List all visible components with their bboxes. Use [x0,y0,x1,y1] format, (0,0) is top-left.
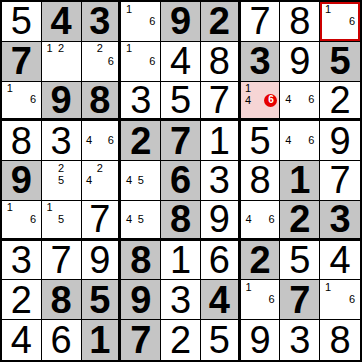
cell-r4c1[interactable]: 8 [2,121,42,161]
cell-r1c7[interactable]: 7 [241,2,281,42]
cell-r7c5[interactable]: 1 [161,241,201,281]
cell-r9c7[interactable]: 9 [241,320,281,360]
candidate-4: 4 [282,135,294,147]
candidate-6: 6 [306,94,318,106]
cell-r3c7[interactable]: 146 [241,82,281,122]
candidate-1: 1 [322,3,334,15]
cell-r5c9[interactable]: 7 [320,161,360,201]
given-digit: 7 [170,122,191,160]
given-digit: 3 [249,42,270,80]
given-digit: 1 [289,161,310,199]
solved-digit: 3 [289,321,310,359]
given-digit: 9 [51,82,72,119]
candidate-5: 5 [135,174,147,186]
cell-r8c9[interactable]: 16 [320,280,360,320]
cell-r1c9[interactable]: 16 [320,2,360,42]
solved-digit: 4 [330,241,351,279]
cell-r5c5[interactable]: 6 [161,161,201,201]
solved-digit: 9 [289,42,310,80]
solved-digit: 5 [289,241,310,279]
candidate-6: 6 [266,294,278,306]
cell-r5c3[interactable]: 24 [82,161,122,201]
cell-r3c2[interactable]: 9 [42,82,82,122]
candidate-1: 1 [44,202,56,214]
cell-r5c1[interactable]: 9 [2,161,42,201]
given-digit: 7 [11,42,32,80]
solved-digit: 2 [11,281,32,319]
candidate-6: 6 [105,135,116,147]
candidate-2: 2 [55,162,67,174]
candidate-1: 1 [243,83,254,94]
candidates: 12 [42,42,81,81]
given-digit: 4 [51,2,72,40]
cell-r6c8[interactable]: 2 [280,201,320,241]
cell-r2c2[interactable]: 12 [42,42,82,82]
solved-digit: 1 [209,122,230,160]
candidates: 15 [42,201,81,238]
cell-r8c7[interactable]: 16 [241,280,281,320]
cell-r9c5[interactable]: 2 [161,320,201,360]
cell-r9c8[interactable]: 3 [280,320,320,360]
solved-digit: 7 [89,201,110,238]
circled-candidate-6: 6 [264,94,277,107]
cell-r6c6[interactable]: 9 [201,201,241,241]
cell-r7c6[interactable]: 6 [201,241,241,281]
cell-r7c4[interactable]: 8 [121,241,161,281]
candidate-6: 6 [306,135,318,147]
given-digit: 2 [289,201,310,238]
solved-digit: 9 [249,321,270,359]
cell-r4c4[interactable]: 2 [121,121,161,161]
cell-r9c6[interactable]: 5 [201,320,241,360]
candidate-4: 4 [243,213,255,225]
solved-digit: 4 [11,321,32,359]
solved-digit: 4 [170,42,191,80]
cell-r3c8[interactable]: 46 [280,82,320,122]
cell-r2c8[interactable]: 9 [280,42,320,82]
cell-r8c5[interactable]: 3 [161,280,201,320]
cell-r6c1[interactable]: 16 [2,201,42,241]
candidates: 16 [320,2,360,41]
candidates: 46 [280,121,319,160]
candidate-6: 6 [346,294,358,306]
solved-digit: 3 [11,241,32,279]
given-digit: 6 [170,161,191,199]
cell-r2c3[interactable]: 26 [82,42,122,82]
given-digit: 8 [170,201,191,238]
cell-r9c9[interactable]: 8 [320,320,360,360]
cell-r4c9[interactable]: 9 [320,121,360,161]
cell-r6c7[interactable]: 46 [241,201,281,241]
cell-r6c9[interactable]: 3 [320,201,360,241]
solved-digit: 8 [11,122,32,160]
solved-digit: 5 [209,321,230,359]
candidate-6: 6 [27,213,39,225]
candidate-1: 1 [4,83,16,95]
solved-digit: 5 [249,122,270,160]
cell-r5c2[interactable]: 25 [42,161,82,201]
candidate-6: 6 [266,213,278,225]
candidates: 46 [280,82,319,119]
candidates: 16 [320,280,360,319]
candidate-5: 5 [55,174,67,186]
given-digit: 4 [209,281,230,319]
cell-r4c7[interactable]: 5 [241,121,281,161]
cell-r1c3[interactable]: 3 [82,2,122,42]
cell-r6c3[interactable]: 7 [82,201,122,241]
cell-r5c4[interactable]: 45 [121,161,161,201]
solved-digit: 8 [249,161,270,199]
candidate-4: 4 [282,94,294,106]
candidates: 46 [82,121,119,160]
sudoku-board: 5431692781671226164839516983571464628346… [0,0,362,362]
solved-digit: 3 [51,122,72,160]
cell-r2c7[interactable]: 3 [241,42,281,82]
cell-r1c1[interactable]: 5 [2,2,42,42]
candidate-6: 6 [105,55,116,67]
cell-r5c6[interactable]: 3 [201,161,241,201]
solved-digit: 2 [170,321,191,359]
cell-r8c6[interactable]: 4 [201,280,241,320]
given-digit: 3 [330,201,351,238]
solved-digit: 3 [209,161,230,199]
cell-r2c5[interactable]: 4 [161,42,201,82]
given-digit: 1 [89,321,110,359]
solved-digit: 3 [170,281,191,319]
solved-digit: 6 [51,321,72,359]
solved-digit: 8 [209,42,230,80]
solved-digit: 9 [330,122,351,160]
given-digit: 9 [170,2,191,40]
cell-r9c1[interactable]: 4 [2,320,42,360]
cell-r4c3[interactable]: 46 [82,121,122,161]
cell-r7c7[interactable]: 2 [241,241,281,281]
candidates: 45 [121,201,160,238]
cell-r6c2[interactable]: 15 [42,201,82,241]
cell-r2c9[interactable]: 5 [320,42,360,82]
cell-r8c1[interactable]: 2 [2,280,42,320]
candidates: 26 [82,42,119,81]
cell-r7c1[interactable]: 3 [2,241,42,281]
cell-r8c3[interactable]: 5 [82,280,122,320]
given-digit: 2 [130,122,151,160]
given-digit: 5 [330,42,351,80]
candidate-4: 4 [123,174,135,186]
cell-r7c3[interactable]: 9 [82,241,122,281]
cell-r9c2[interactable]: 6 [42,320,82,360]
cell-r7c8[interactable]: 5 [280,241,320,281]
cell-r1c5[interactable]: 9 [161,2,201,42]
cell-r4c5[interactable]: 7 [161,121,201,161]
candidates: 25 [42,161,81,200]
cell-r9c4[interactable]: 7 [121,320,161,360]
given-digit: 7 [130,321,151,359]
candidate-5: 5 [135,213,147,225]
solved-digit: 7 [51,241,72,279]
cell-r8c8[interactable]: 7 [280,280,320,320]
candidate-5: 5 [55,213,67,225]
cell-r3c4[interactable]: 3 [121,82,161,122]
given-digit: 7 [289,281,310,319]
given-digit: 8 [130,241,151,279]
candidate-6: 6 [147,15,159,27]
candidate-2: 2 [94,43,105,55]
solved-digit: 3 [130,82,151,119]
solved-digit: 2 [330,82,351,119]
given-digit: 8 [89,82,110,119]
given-digit: 9 [11,161,32,199]
solved-digit: 7 [209,82,230,119]
cell-r1c6[interactable]: 2 [201,2,241,42]
candidate-4: 4 [84,174,95,186]
solved-digit: 9 [89,241,110,279]
cell-r8c4[interactable]: 9 [121,280,161,320]
solved-digit: 8 [289,2,310,40]
cell-r6c5[interactable]: 8 [161,201,201,241]
given-digit: 3 [89,2,110,40]
candidate-6: 6 [346,15,358,27]
candidates: 16 [2,201,41,238]
cell-r7c2[interactable]: 7 [42,241,82,281]
solved-digit: 6 [209,241,230,279]
cell-r4c2[interactable]: 3 [42,121,82,161]
candidate-1: 1 [322,281,334,293]
candidates: 146 [241,82,280,119]
given-digit: 2 [249,241,270,279]
candidate-1: 1 [44,43,56,55]
given-digit: 5 [89,281,110,319]
cell-r9c3[interactable]: 1 [82,320,122,360]
solved-digit: 7 [249,2,270,40]
solved-digit: 7 [330,161,351,199]
cell-r5c7[interactable]: 8 [241,161,281,201]
cell-r1c4[interactable]: 16 [121,2,161,42]
given-digit: 8 [51,281,72,319]
candidate-4: 4 [243,94,254,107]
candidates: 16 [241,280,280,319]
cell-r1c2[interactable]: 4 [42,2,82,42]
cell-r6c4[interactable]: 45 [121,201,161,241]
solved-digit: 8 [330,321,351,359]
candidate-1: 1 [123,3,135,15]
cell-r4c8[interactable]: 46 [280,121,320,161]
cell-r3c9[interactable]: 2 [320,82,360,122]
cell-r4c6[interactable]: 1 [201,121,241,161]
candidate-1: 1 [4,202,16,214]
candidates: 45 [121,161,160,200]
cell-r1c8[interactable]: 8 [280,2,320,42]
solved-digit: 9 [209,201,230,238]
candidate-4: 4 [123,213,135,225]
cell-r5c8[interactable]: 1 [280,161,320,201]
candidate-6: 6 [27,94,39,106]
candidate-1: 1 [243,281,255,293]
candidate-2: 2 [94,162,105,174]
cell-r2c6[interactable]: 8 [201,42,241,82]
candidates: 16 [121,2,160,41]
candidates: 24 [82,161,119,200]
candidates: 16 [121,42,160,81]
cell-r3c1[interactable]: 16 [2,82,42,122]
cell-r3c3[interactable]: 8 [82,82,122,122]
solved-digit: 5 [170,82,191,119]
candidate-4: 4 [84,135,95,147]
cell-r7c9[interactable]: 4 [320,241,360,281]
cell-r3c5[interactable]: 5 [161,82,201,122]
candidate-6: 6 [147,55,159,67]
solved-digit: 5 [11,2,32,40]
candidates: 46 [241,201,280,238]
cell-r2c4[interactable]: 16 [121,42,161,82]
given-digit: 2 [209,2,230,40]
candidates: 16 [2,82,41,119]
solved-digit: 1 [170,241,191,279]
given-digit: 9 [130,281,151,319]
cell-r8c2[interactable]: 8 [42,280,82,320]
candidate-2: 2 [55,43,67,55]
candidate-1: 1 [123,43,135,55]
cell-r3c6[interactable]: 7 [201,82,241,122]
cell-r2c1[interactable]: 7 [2,42,42,82]
